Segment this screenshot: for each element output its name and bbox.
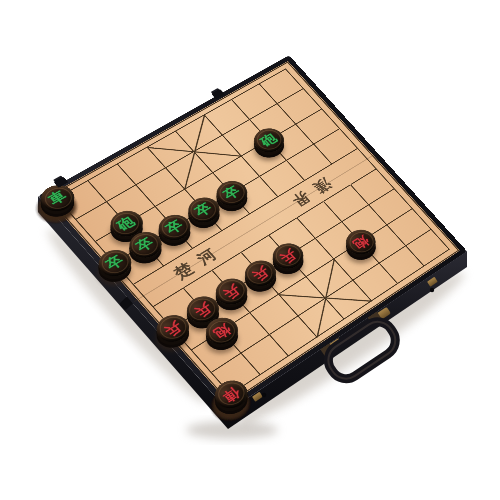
latch-hole xyxy=(262,393,266,397)
latch-hole xyxy=(430,288,434,292)
product-photo: 楚河 漢界 車馬象士將士象馬車砲砲卒卒卒卒卒兵兵兵兵兵炮炮俥傌相仕帥仕相傌俥 xyxy=(0,0,500,500)
